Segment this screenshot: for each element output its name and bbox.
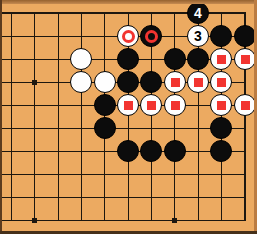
black-stone bbox=[140, 140, 162, 162]
grid-line-vertical bbox=[174, 13, 175, 221]
white-stone bbox=[140, 94, 162, 116]
black-stone bbox=[210, 140, 232, 162]
grid-line-vertical bbox=[34, 13, 35, 221]
white-stone bbox=[210, 48, 232, 70]
black-stone bbox=[94, 117, 116, 139]
red-circle-marker bbox=[145, 30, 158, 43]
grid-line-vertical bbox=[58, 13, 59, 221]
black-stone bbox=[210, 117, 232, 139]
red-square-marker bbox=[217, 101, 226, 110]
black-stone bbox=[94, 94, 116, 116]
red-square-marker bbox=[124, 101, 133, 110]
white-stone bbox=[94, 71, 116, 93]
board-top-edge-line bbox=[2, 12, 246, 14]
white-stone bbox=[187, 71, 209, 93]
white-stone bbox=[210, 71, 232, 93]
grid-line-vertical bbox=[11, 13, 12, 221]
go-diagram: 43 bbox=[0, 0, 257, 234]
red-square-marker bbox=[171, 101, 180, 110]
star-point bbox=[32, 218, 37, 223]
move-number-label: 4 bbox=[194, 6, 202, 20]
red-square-marker bbox=[217, 78, 226, 87]
red-square-marker bbox=[194, 78, 203, 87]
frame-right-bevel bbox=[254, 0, 257, 234]
black-stone bbox=[187, 48, 209, 70]
black-stone bbox=[140, 25, 162, 47]
black-stone bbox=[140, 71, 162, 93]
grid-line-horizontal bbox=[2, 174, 246, 175]
red-circle-marker bbox=[122, 30, 135, 43]
grid-line-horizontal bbox=[2, 197, 246, 198]
grid-line-vertical bbox=[81, 13, 82, 221]
move-number-label: 3 bbox=[194, 29, 202, 43]
red-square-marker bbox=[171, 78, 180, 87]
grid-line-horizontal bbox=[2, 220, 246, 221]
red-square-marker bbox=[241, 55, 250, 64]
white-stone bbox=[70, 71, 92, 93]
black-stone bbox=[117, 71, 139, 93]
black-stone bbox=[210, 25, 232, 47]
black-stone bbox=[117, 48, 139, 70]
black-stone: 4 bbox=[187, 2, 209, 24]
frame-top-bevel bbox=[0, 0, 257, 4]
black-stone bbox=[117, 140, 139, 162]
white-stone bbox=[164, 94, 186, 116]
white-stone bbox=[117, 25, 139, 47]
white-stone bbox=[164, 71, 186, 93]
white-stone bbox=[70, 48, 92, 70]
white-stone bbox=[234, 48, 256, 70]
white-stone bbox=[234, 94, 256, 116]
black-stone bbox=[164, 140, 186, 162]
black-stone bbox=[234, 25, 256, 47]
go-board: 43 bbox=[0, 0, 257, 234]
frame-bottom-bevel bbox=[0, 231, 257, 234]
red-square-marker bbox=[241, 101, 250, 110]
star-point bbox=[32, 80, 37, 85]
red-square-marker bbox=[217, 55, 226, 64]
white-stone bbox=[117, 94, 139, 116]
white-stone: 3 bbox=[187, 25, 209, 47]
black-stone bbox=[164, 48, 186, 70]
star-point bbox=[172, 218, 177, 223]
white-stone bbox=[210, 94, 232, 116]
frame-left-bevel bbox=[0, 0, 2, 234]
red-square-marker bbox=[147, 101, 156, 110]
